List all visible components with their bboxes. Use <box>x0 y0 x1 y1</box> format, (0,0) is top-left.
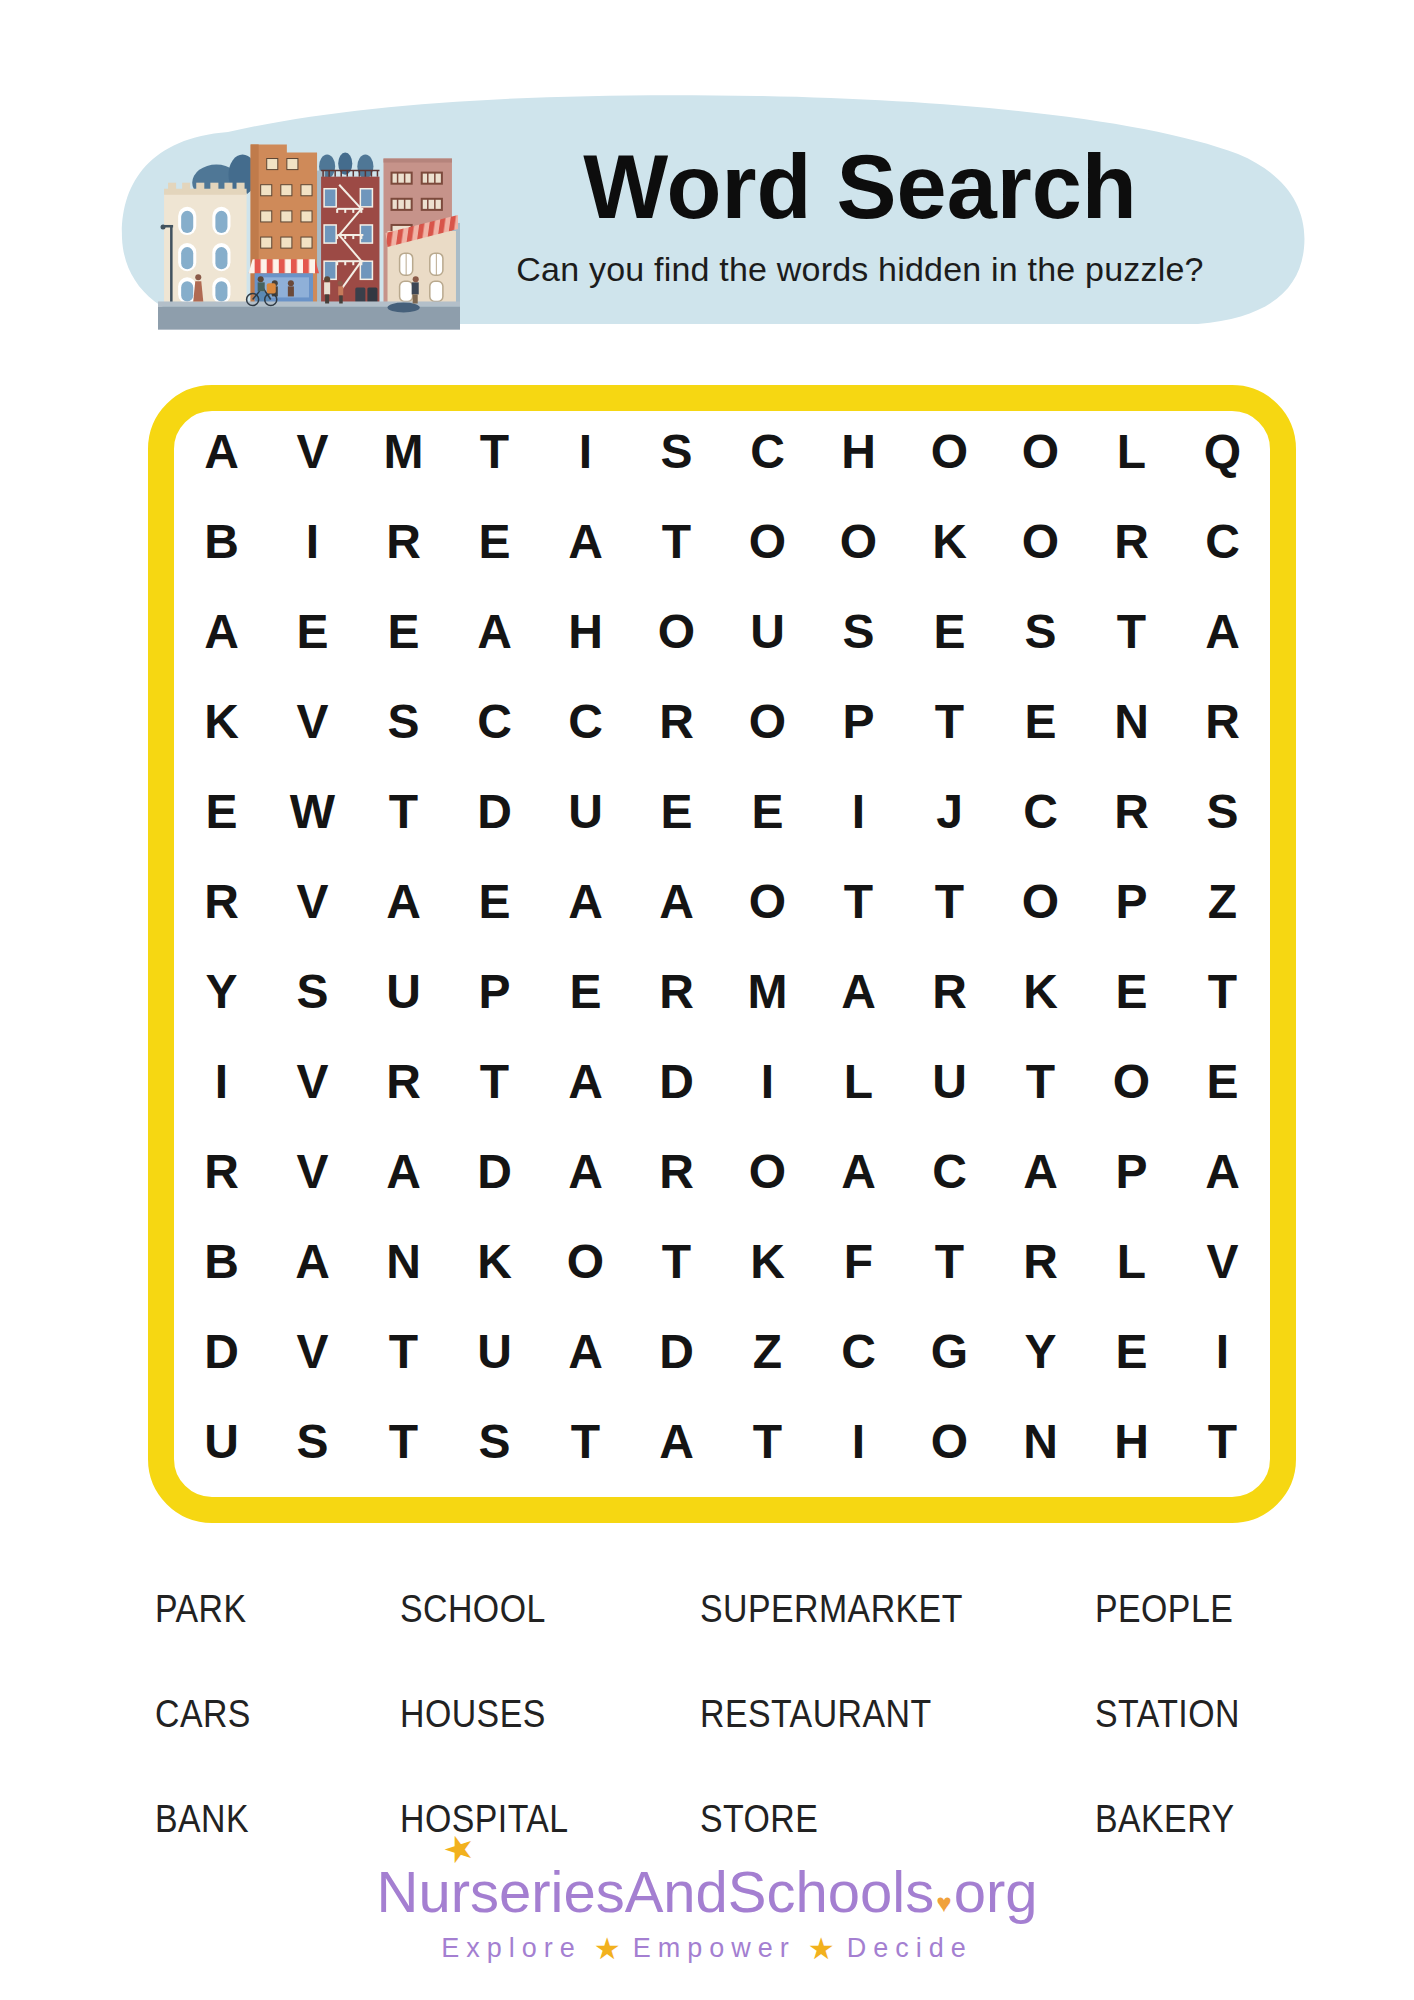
grid-cell[interactable]: A <box>841 1148 876 1196</box>
grid-cell[interactable]: O <box>931 428 968 476</box>
grid-cell[interactable]: K <box>477 1238 512 1286</box>
grid-cell[interactable]: T <box>571 1418 600 1466</box>
grid-cell[interactable]: R <box>932 968 967 1016</box>
word-school: SCHOOL <box>400 1586 682 1631</box>
grid-cell[interactable]: O <box>1022 428 1059 476</box>
grid-cell[interactable]: O <box>1113 1058 1150 1106</box>
grid-cell[interactable]: V <box>296 1148 328 1196</box>
word-store: STORE <box>700 1796 1071 1841</box>
grid-cell[interactable]: N <box>386 1238 421 1286</box>
grid-cell[interactable]: C <box>932 1148 967 1196</box>
grid-cell[interactable]: F <box>844 1238 873 1286</box>
grid-cell[interactable]: O <box>749 518 786 566</box>
grid-cell[interactable]: E <box>205 788 237 836</box>
grid-cell[interactable]: U <box>386 968 421 1016</box>
grid-cell[interactable]: T <box>1026 1058 1055 1106</box>
grid-cell[interactable]: A <box>659 1418 694 1466</box>
grid-cell[interactable]: T <box>935 878 964 926</box>
grid-cell[interactable]: M <box>748 968 788 1016</box>
grid-cell[interactable]: T <box>389 788 418 836</box>
grid-cell[interactable]: R <box>204 1148 239 1196</box>
grid-cell[interactable]: I <box>852 1418 865 1466</box>
grid-cell[interactable]: E <box>387 608 419 656</box>
grid-cell[interactable]: I <box>761 1058 774 1106</box>
grid-cell[interactable]: V <box>296 1328 328 1376</box>
heart-icon: ♥ <box>936 1888 951 1918</box>
grid-cell[interactable]: D <box>659 1328 694 1376</box>
grid-cell[interactable]: O <box>1022 518 1059 566</box>
grid-cell[interactable]: T <box>480 428 509 476</box>
grid-cell[interactable]: E <box>660 788 692 836</box>
grid-cell[interactable]: C <box>1205 518 1240 566</box>
grid-cell[interactable]: C <box>1023 788 1058 836</box>
grid-cell[interactable]: I <box>215 1058 228 1106</box>
word-list: PARKSCHOOLSUPERMARKETPEOPLECARSHOUSESRES… <box>155 1556 1297 1871</box>
grid-cell[interactable]: T <box>389 1328 418 1376</box>
grid-cell[interactable]: A <box>568 878 603 926</box>
grid-cell[interactable]: V <box>296 878 328 926</box>
grid-cell[interactable]: N <box>1114 698 1149 746</box>
grid-cell[interactable]: I <box>579 428 592 476</box>
grid-cell[interactable]: L <box>1117 1238 1146 1286</box>
grid-cell[interactable]: T <box>1208 968 1237 1016</box>
grid-cell[interactable]: R <box>1114 518 1149 566</box>
footer-tagline: Explore★Empower★Decide <box>0 1931 1414 1966</box>
grid-cell[interactable]: S <box>1024 608 1056 656</box>
grid-cell[interactable]: R <box>659 1148 694 1196</box>
grid-cell[interactable]: T <box>389 1418 418 1466</box>
grid-cell[interactable]: O <box>840 518 877 566</box>
grid-cell[interactable]: B <box>204 518 239 566</box>
footer: ★NurseriesAndSchools♥org Explore★Empower… <box>0 1858 1414 1966</box>
grid-cell[interactable]: A <box>1023 1148 1058 1196</box>
word-park: PARK <box>155 1586 385 1631</box>
grid-cell[interactable]: Z <box>753 1328 782 1376</box>
grid-cell[interactable]: K <box>204 698 239 746</box>
grid-cell[interactable]: S <box>660 428 692 476</box>
grid-cell[interactable]: L <box>844 1058 873 1106</box>
grid-cell[interactable]: A <box>1205 1148 1240 1196</box>
word-cars: CARS <box>155 1691 385 1736</box>
grid-cell[interactable]: R <box>659 698 694 746</box>
grid-cell[interactable]: P <box>1115 878 1147 926</box>
city-illustration <box>158 130 460 330</box>
grid-cell[interactable]: E <box>296 608 328 656</box>
grid-cell[interactable]: T <box>1208 1418 1237 1466</box>
grid-cell[interactable]: G <box>931 1328 968 1376</box>
grid-cell[interactable]: R <box>204 878 239 926</box>
grid-cell[interactable]: V <box>296 1058 328 1106</box>
grid-cell[interactable]: Y <box>1024 1328 1056 1376</box>
grid-cell[interactable]: H <box>841 428 876 476</box>
grid-cell[interactable]: R <box>659 968 694 1016</box>
grid-cell[interactable]: L <box>1117 428 1146 476</box>
grid-cell[interactable]: R <box>1114 788 1149 836</box>
grid-cell[interactable]: C <box>750 428 785 476</box>
grid-cell[interactable]: H <box>568 608 603 656</box>
grid-cell[interactable]: W <box>290 788 335 836</box>
header-text-block: Word Search Can you find the words hidde… <box>430 142 1290 289</box>
grid-cell[interactable]: T <box>844 878 873 926</box>
grid-cell[interactable]: O <box>1022 878 1059 926</box>
grid-cell[interactable]: U <box>477 1328 512 1376</box>
grid-cell[interactable]: T <box>662 1238 691 1286</box>
tagline-word: Decide <box>847 1933 973 1963</box>
grid-cell[interactable]: E <box>1115 968 1147 1016</box>
grid-cell[interactable]: A <box>841 968 876 1016</box>
grid-cell[interactable]: E <box>1024 698 1056 746</box>
grid-cell[interactable]: E <box>569 968 601 1016</box>
grid-cell[interactable]: K <box>750 1238 785 1286</box>
grid-cell[interactable]: C <box>841 1328 876 1376</box>
grid-cell[interactable]: V <box>296 428 328 476</box>
grid-cell[interactable]: A <box>568 1058 603 1106</box>
grid-cell[interactable]: P <box>1115 1148 1147 1196</box>
grid-cell[interactable]: D <box>477 1148 512 1196</box>
grid-cell[interactable]: S <box>842 608 874 656</box>
grid-cell[interactable]: H <box>1114 1418 1149 1466</box>
grid-cell[interactable]: A <box>659 878 694 926</box>
grid-cell[interactable]: D <box>477 788 512 836</box>
grid-cell[interactable]: T <box>480 1058 509 1106</box>
grid-cell[interactable]: D <box>204 1328 239 1376</box>
letter-grid: AVMTISCHOOLQBIREATOOKORCAEEAHOUSESTAKVSC… <box>176 407 1268 1487</box>
grid-cell[interactable]: T <box>753 1418 782 1466</box>
grid-cell[interactable]: P <box>842 698 874 746</box>
grid-cell[interactable]: C <box>568 698 603 746</box>
grid-cell[interactable]: A <box>477 608 512 656</box>
grid-cell[interactable]: S <box>296 968 328 1016</box>
word-station: STATION <box>1095 1691 1285 1736</box>
grid-cell[interactable]: M <box>384 428 424 476</box>
grid-cell[interactable]: R <box>1023 1238 1058 1286</box>
grid-cell[interactable]: T <box>935 698 964 746</box>
grid-cell[interactable]: U <box>932 1058 967 1106</box>
grid-cell[interactable]: R <box>1205 698 1240 746</box>
grid-cell[interactable]: O <box>749 698 786 746</box>
grid-cell[interactable]: Q <box>1204 428 1241 476</box>
grid-cell[interactable]: I <box>852 788 865 836</box>
grid-cell[interactable]: E <box>478 518 510 566</box>
grid-cell[interactable]: N <box>1023 1418 1058 1466</box>
word-supermarket: SUPERMARKET <box>700 1586 1071 1631</box>
grid-cell[interactable]: U <box>204 1418 239 1466</box>
grid-cell[interactable]: S <box>387 698 419 746</box>
grid-cell[interactable]: U <box>750 608 785 656</box>
grid-cell[interactable]: O <box>567 1238 604 1286</box>
grid-cell[interactable]: A <box>386 878 421 926</box>
grid-cell[interactable]: A <box>204 428 239 476</box>
star-icon: ★ <box>594 1932 621 1965</box>
grid-cell[interactable]: T <box>1117 608 1146 656</box>
word-restaurant: RESTAURANT <box>700 1691 1071 1736</box>
word-bank: BANK <box>155 1796 385 1841</box>
grid-cell[interactable]: E <box>751 788 783 836</box>
grid-cell[interactable]: V <box>1206 1238 1238 1286</box>
word-people: PEOPLE <box>1095 1586 1285 1631</box>
page-subtitle: Can you find the words hidden in the puz… <box>430 250 1290 289</box>
grid-cell[interactable]: O <box>749 878 786 926</box>
grid-cell[interactable]: S <box>296 1418 328 1466</box>
grid-cell[interactable]: K <box>1023 968 1058 1016</box>
grid-cell[interactable]: S <box>478 1418 510 1466</box>
word-houses: HOUSES <box>400 1691 682 1736</box>
footer-logo-suffix: org <box>954 1859 1038 1924</box>
grid-cell[interactable]: K <box>932 518 967 566</box>
grid-cell[interactable]: B <box>204 1238 239 1286</box>
tagline-word: Explore <box>441 1933 582 1963</box>
grid-cell[interactable]: S <box>1206 788 1238 836</box>
star-icon: ★ <box>808 1932 835 1965</box>
grid-cell[interactable]: R <box>386 1058 421 1106</box>
grid-cell[interactable]: A <box>568 1328 603 1376</box>
grid-cell[interactable]: O <box>749 1148 786 1196</box>
grid-cell[interactable]: A <box>568 518 603 566</box>
grid-cell[interactable]: A <box>295 1238 330 1286</box>
grid-cell[interactable]: E <box>933 608 965 656</box>
grid-cell[interactable]: J <box>936 788 963 836</box>
grid-cell[interactable]: C <box>477 698 512 746</box>
grid-cell[interactable]: I <box>1216 1328 1229 1376</box>
grid-cell[interactable]: O <box>931 1418 968 1466</box>
grid-cell[interactable]: Y <box>205 968 237 1016</box>
grid-cell[interactable]: A <box>1205 608 1240 656</box>
worksheet-page: { "game": "word-search", "position": "AV… <box>0 0 1414 2000</box>
grid-cell[interactable]: V <box>296 698 328 746</box>
grid-cell[interactable]: E <box>478 878 510 926</box>
grid-cell[interactable]: A <box>568 1148 603 1196</box>
page-title: Word Search <box>430 142 1290 232</box>
grid-cell[interactable]: R <box>386 518 421 566</box>
grid-cell[interactable]: U <box>568 788 603 836</box>
grid-cell[interactable]: A <box>204 608 239 656</box>
grid-cell[interactable]: T <box>935 1238 964 1286</box>
grid-cell[interactable]: O <box>658 608 695 656</box>
grid-cell[interactable]: T <box>662 518 691 566</box>
tagline-word: Empower <box>633 1933 796 1963</box>
grid-cell[interactable]: A <box>386 1148 421 1196</box>
grid-cell[interactable]: E <box>1115 1328 1147 1376</box>
grid-cell[interactable]: Z <box>1208 878 1237 926</box>
word-bakery: BAKERY <box>1095 1796 1285 1841</box>
grid-cell[interactable]: D <box>659 1058 694 1106</box>
grid-cell[interactable]: E <box>1206 1058 1238 1106</box>
grid-cell[interactable]: P <box>478 968 510 1016</box>
grid-cell[interactable]: I <box>306 518 319 566</box>
footer-logo-link[interactable]: ★NurseriesAndSchools♥org <box>377 1858 1038 1925</box>
